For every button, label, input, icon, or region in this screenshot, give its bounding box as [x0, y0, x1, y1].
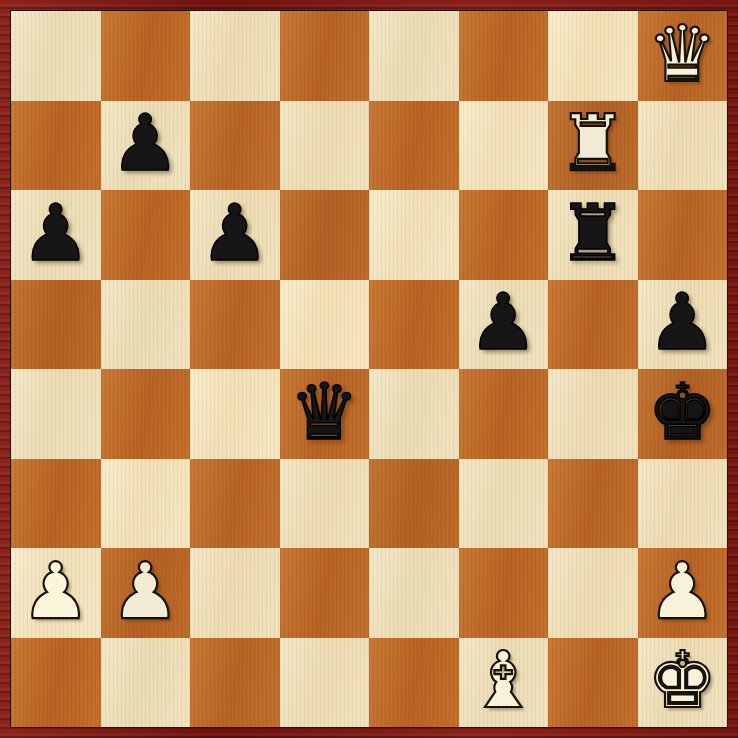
square-h8[interactable]: ♛	[638, 11, 728, 101]
square-a1[interactable]	[11, 638, 101, 728]
square-d8[interactable]	[280, 11, 370, 101]
square-d3[interactable]	[280, 459, 370, 549]
piece-black-king[interactable]: ♚	[647, 373, 717, 451]
square-b2[interactable]: ♟	[101, 548, 191, 638]
square-a8[interactable]	[11, 11, 101, 101]
square-a7[interactable]	[11, 101, 101, 191]
square-g2[interactable]	[548, 548, 638, 638]
square-f3[interactable]	[459, 459, 549, 549]
square-h7[interactable]	[638, 101, 728, 191]
square-g8[interactable]	[548, 11, 638, 101]
square-f2[interactable]	[459, 548, 549, 638]
square-d7[interactable]	[280, 101, 370, 191]
square-b1[interactable]	[101, 638, 191, 728]
square-c5[interactable]	[190, 280, 280, 370]
square-d2[interactable]	[280, 548, 370, 638]
square-d5[interactable]	[280, 280, 370, 370]
square-b8[interactable]	[101, 11, 191, 101]
square-c6[interactable]: ♟	[190, 190, 280, 280]
square-g7[interactable]: ♜	[548, 101, 638, 191]
square-f1[interactable]: ♝	[459, 638, 549, 728]
piece-white-bishop[interactable]: ♝	[468, 641, 538, 719]
square-c7[interactable]	[190, 101, 280, 191]
square-e2[interactable]	[369, 548, 459, 638]
square-a5[interactable]	[11, 280, 101, 370]
piece-white-pawn[interactable]: ♟	[647, 552, 717, 630]
square-e5[interactable]	[369, 280, 459, 370]
square-h4[interactable]: ♚	[638, 369, 728, 459]
square-f7[interactable]	[459, 101, 549, 191]
square-g5[interactable]	[548, 280, 638, 370]
square-f8[interactable]	[459, 11, 549, 101]
piece-white-king[interactable]: ♚	[647, 641, 717, 719]
piece-white-pawn[interactable]: ♟	[110, 552, 180, 630]
square-c4[interactable]	[190, 369, 280, 459]
square-g4[interactable]	[548, 369, 638, 459]
square-f5[interactable]: ♟	[459, 280, 549, 370]
board-frame: ♛♟♜♟♟♜♟♟♛♚♟♟♟♝♚	[0, 0, 738, 738]
square-c2[interactable]	[190, 548, 280, 638]
board: ♛♟♜♟♟♜♟♟♛♚♟♟♟♝♚	[11, 11, 727, 727]
square-e6[interactable]	[369, 190, 459, 280]
square-b6[interactable]	[101, 190, 191, 280]
square-c8[interactable]	[190, 11, 280, 101]
square-d1[interactable]	[280, 638, 370, 728]
square-g6[interactable]: ♜	[548, 190, 638, 280]
square-b5[interactable]	[101, 280, 191, 370]
piece-white-rook[interactable]: ♜	[558, 104, 628, 182]
piece-black-pawn[interactable]: ♟	[200, 194, 270, 272]
piece-black-pawn[interactable]: ♟	[110, 104, 180, 182]
square-e3[interactable]	[369, 459, 459, 549]
square-e1[interactable]	[369, 638, 459, 728]
square-g1[interactable]	[548, 638, 638, 728]
square-b4[interactable]	[101, 369, 191, 459]
square-g3[interactable]	[548, 459, 638, 549]
square-a4[interactable]	[11, 369, 101, 459]
square-f4[interactable]	[459, 369, 549, 459]
square-a2[interactable]: ♟	[11, 548, 101, 638]
square-h6[interactable]	[638, 190, 728, 280]
square-b3[interactable]	[101, 459, 191, 549]
square-e7[interactable]	[369, 101, 459, 191]
square-e8[interactable]	[369, 11, 459, 101]
piece-black-pawn[interactable]: ♟	[21, 194, 91, 272]
square-h2[interactable]: ♟	[638, 548, 728, 638]
square-d4[interactable]: ♛	[280, 369, 370, 459]
piece-black-pawn[interactable]: ♟	[647, 283, 717, 361]
piece-black-pawn[interactable]: ♟	[468, 283, 538, 361]
square-h5[interactable]: ♟	[638, 280, 728, 370]
square-f6[interactable]	[459, 190, 549, 280]
square-h1[interactable]: ♚	[638, 638, 728, 728]
square-h3[interactable]	[638, 459, 728, 549]
piece-white-pawn[interactable]: ♟	[21, 552, 91, 630]
square-e4[interactable]	[369, 369, 459, 459]
piece-black-rook[interactable]: ♜	[558, 194, 628, 272]
square-c3[interactable]	[190, 459, 280, 549]
square-a3[interactable]	[11, 459, 101, 549]
square-b7[interactable]: ♟	[101, 101, 191, 191]
piece-white-queen[interactable]: ♛	[647, 15, 717, 93]
square-a6[interactable]: ♟	[11, 190, 101, 280]
piece-black-queen[interactable]: ♛	[289, 373, 359, 451]
square-d6[interactable]	[280, 190, 370, 280]
square-c1[interactable]	[190, 638, 280, 728]
